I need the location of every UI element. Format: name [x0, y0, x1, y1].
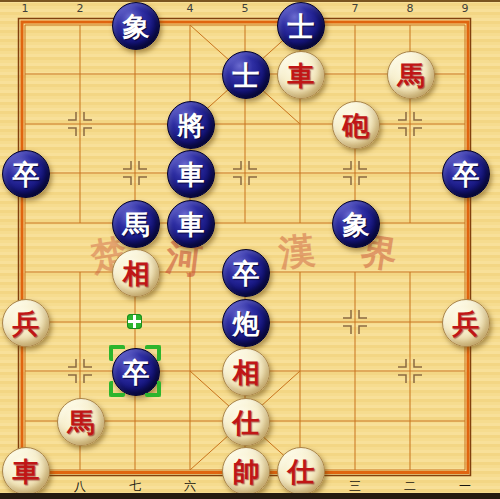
- piece-black-soldier[interactable]: 卒: [442, 150, 490, 198]
- piece-red-horse[interactable]: 馬: [57, 398, 105, 446]
- piece-red-chariot[interactable]: 車: [277, 51, 325, 99]
- file-label-top-1: 1: [16, 2, 34, 15]
- piece-label: 仕: [223, 399, 269, 445]
- piece-red-elephant[interactable]: 相: [222, 348, 270, 396]
- piece-red-cannon[interactable]: 砲: [332, 101, 380, 149]
- point-marker: [232, 160, 258, 186]
- piece-black-advisor[interactable]: 士: [277, 2, 325, 50]
- file-label-top-2: 2: [71, 2, 89, 15]
- piece-label: 卒: [113, 349, 159, 395]
- file-label-bottom-3: 七: [126, 478, 144, 495]
- piece-black-general[interactable]: 將: [167, 101, 215, 149]
- file-label-top-7: 7: [346, 2, 364, 15]
- piece-black-horse[interactable]: 馬: [112, 200, 160, 248]
- file-label-bottom-4: 六: [181, 478, 199, 495]
- piece-label: 卒: [223, 250, 269, 296]
- piece-label: 馬: [388, 52, 434, 98]
- point-marker: [122, 160, 148, 186]
- piece-label: 相: [223, 349, 269, 395]
- file-label-top-8: 8: [401, 2, 419, 15]
- piece-red-soldier[interactable]: 兵: [2, 299, 50, 347]
- file-label-bottom-7: 三: [346, 478, 364, 495]
- piece-label: 馬: [113, 201, 159, 247]
- piece-label: 兵: [443, 300, 489, 346]
- piece-label: 車: [168, 151, 214, 197]
- piece-red-advisor[interactable]: 仕: [277, 447, 325, 495]
- piece-label: 象: [113, 3, 159, 49]
- xiangqi-board: 123456789九八七六五四三二一楚河漢界象士士將卒車卒馬車象卒炮卒車馬砲相兵…: [0, 0, 500, 499]
- piece-label: 兵: [3, 300, 49, 346]
- last-move-origin-marker: [127, 314, 142, 329]
- piece-black-elephant[interactable]: 象: [112, 2, 160, 50]
- piece-black-chariot[interactable]: 車: [167, 150, 215, 198]
- file-label-bottom-2: 八: [71, 478, 89, 495]
- point-marker: [67, 111, 93, 137]
- piece-label: 車: [278, 52, 324, 98]
- piece-black-elephant[interactable]: 象: [332, 200, 380, 248]
- point-marker: [67, 358, 93, 384]
- piece-black-soldier[interactable]: 卒: [112, 348, 160, 396]
- piece-label: 砲: [333, 102, 379, 148]
- piece-red-elephant[interactable]: 相: [112, 249, 160, 297]
- river-character: 漢: [277, 226, 318, 278]
- piece-label: 士: [278, 3, 324, 49]
- piece-label: 車: [3, 448, 49, 494]
- point-marker: [397, 358, 423, 384]
- point-marker: [342, 160, 368, 186]
- piece-label: 將: [168, 102, 214, 148]
- piece-red-advisor[interactable]: 仕: [222, 398, 270, 446]
- piece-label: 象: [333, 201, 379, 247]
- piece-red-horse[interactable]: 馬: [387, 51, 435, 99]
- piece-label: 仕: [278, 448, 324, 494]
- point-marker: [397, 111, 423, 137]
- file-label-bottom-9: 一: [456, 478, 474, 495]
- piece-red-chariot[interactable]: 車: [2, 447, 50, 495]
- piece-black-soldier[interactable]: 卒: [2, 150, 50, 198]
- piece-red-general[interactable]: 帥: [222, 447, 270, 495]
- file-label-top-4: 4: [181, 2, 199, 15]
- piece-label: 相: [113, 250, 159, 296]
- piece-label: 卒: [443, 151, 489, 197]
- point-marker: [342, 309, 368, 335]
- piece-label: 車: [168, 201, 214, 247]
- piece-label: 馬: [58, 399, 104, 445]
- file-label-top-9: 9: [456, 2, 474, 15]
- piece-black-chariot[interactable]: 車: [167, 200, 215, 248]
- piece-label: 炮: [223, 300, 269, 346]
- piece-label: 士: [223, 52, 269, 98]
- piece-label: 卒: [3, 151, 49, 197]
- piece-black-cannon[interactable]: 炮: [222, 299, 270, 347]
- piece-black-soldier[interactable]: 卒: [222, 249, 270, 297]
- piece-red-soldier[interactable]: 兵: [442, 299, 490, 347]
- piece-black-advisor[interactable]: 士: [222, 51, 270, 99]
- file-label-top-5: 5: [236, 2, 254, 15]
- piece-label: 帥: [223, 448, 269, 494]
- file-label-bottom-8: 二: [401, 478, 419, 495]
